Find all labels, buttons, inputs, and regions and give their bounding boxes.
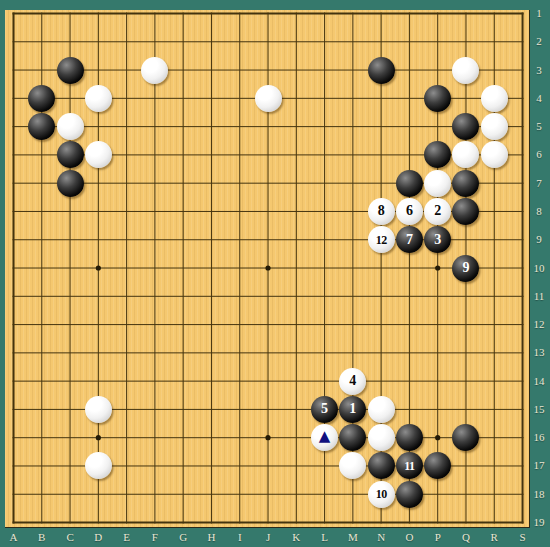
row-label-2: 2 (529, 35, 549, 48)
row-label-11: 11 (529, 290, 549, 303)
column-label-C: C (60, 531, 80, 544)
move-number-label: 12 (376, 233, 387, 245)
stone-C3 (57, 57, 84, 84)
stone-R4 (481, 85, 508, 112)
triangle-marker-icon: ▲ (319, 429, 331, 444)
stone-C6 (57, 141, 84, 168)
row-label-19: 19 (529, 516, 549, 529)
column-label-S: S (513, 531, 533, 544)
move-number-label: 10 (376, 488, 387, 500)
stone-Q3 (452, 57, 479, 84)
move-number-label: 2 (434, 204, 441, 218)
row-label-9: 9 (529, 233, 549, 246)
stone-O7 (396, 170, 423, 197)
stone-M14: 4 (339, 368, 366, 395)
stone-R6 (481, 141, 508, 168)
stone-R5 (481, 113, 508, 140)
stone-D15 (85, 396, 112, 423)
stone-Q7 (452, 170, 479, 197)
stone-N9: 12 (368, 226, 395, 253)
move-number-label: 3 (434, 232, 441, 246)
row-label-7: 7 (529, 177, 549, 190)
stone-C7 (57, 170, 84, 197)
stone-P7 (424, 170, 451, 197)
column-label-R: R (484, 531, 504, 544)
stone-C5 (57, 113, 84, 140)
stone-B4 (28, 85, 55, 112)
move-number-label: 11 (404, 459, 414, 471)
column-label-N: N (371, 531, 391, 544)
row-label-18: 18 (529, 488, 549, 501)
stone-Q10: 9 (452, 255, 479, 282)
stone-O16 (396, 424, 423, 451)
column-label-J: J (258, 531, 278, 544)
stone-N17 (368, 452, 395, 479)
row-label-13: 13 (529, 346, 549, 359)
column-label-O: O (399, 531, 419, 544)
column-label-K: K (286, 531, 306, 544)
stone-O9: 7 (396, 226, 423, 253)
stone-N3 (368, 57, 395, 84)
row-label-8: 8 (529, 205, 549, 218)
row-label-1: 1 (529, 7, 549, 20)
column-label-I: I (230, 531, 250, 544)
row-label-15: 15 (529, 403, 549, 416)
column-label-M: M (343, 531, 363, 544)
move-number-label: 8 (378, 204, 385, 218)
column-label-F: F (145, 531, 165, 544)
move-number-label: 5 (321, 402, 328, 416)
row-label-3: 3 (529, 64, 549, 77)
stone-P8: 2 (424, 198, 451, 225)
stone-N16 (368, 424, 395, 451)
row-label-14: 14 (529, 375, 549, 388)
column-label-E: E (117, 531, 137, 544)
stone-N8: 8 (368, 198, 395, 225)
row-label-5: 5 (529, 120, 549, 133)
column-label-Q: Q (456, 531, 476, 544)
go-board-frame: 86212739451▲1110 12345678910111213141516… (0, 0, 550, 547)
move-number-label: 1 (349, 402, 356, 416)
stone-O8: 6 (396, 198, 423, 225)
move-number-label: 9 (462, 261, 469, 275)
stone-O18 (396, 481, 423, 508)
row-label-6: 6 (529, 148, 549, 161)
stone-P4 (424, 85, 451, 112)
stone-N18: 10 (368, 481, 395, 508)
column-label-D: D (88, 531, 108, 544)
column-label-B: B (32, 531, 52, 544)
stone-J4 (255, 85, 282, 112)
column-label-H: H (201, 531, 221, 544)
column-label-P: P (428, 531, 448, 544)
move-number-label: 7 (406, 232, 413, 246)
column-label-L: L (315, 531, 335, 544)
stone-N15 (368, 396, 395, 423)
column-label-A: A (4, 531, 24, 544)
row-label-12: 12 (529, 318, 549, 331)
stone-F3 (141, 57, 168, 84)
column-label-G: G (173, 531, 193, 544)
row-label-4: 4 (529, 92, 549, 105)
move-number-label: 4 (349, 374, 356, 388)
row-label-16: 16 (529, 431, 549, 444)
row-label-10: 10 (529, 262, 549, 275)
move-number-label: 6 (406, 204, 413, 218)
row-label-17: 17 (529, 459, 549, 472)
stone-D4 (85, 85, 112, 112)
stone-L15: 5 (311, 396, 338, 423)
